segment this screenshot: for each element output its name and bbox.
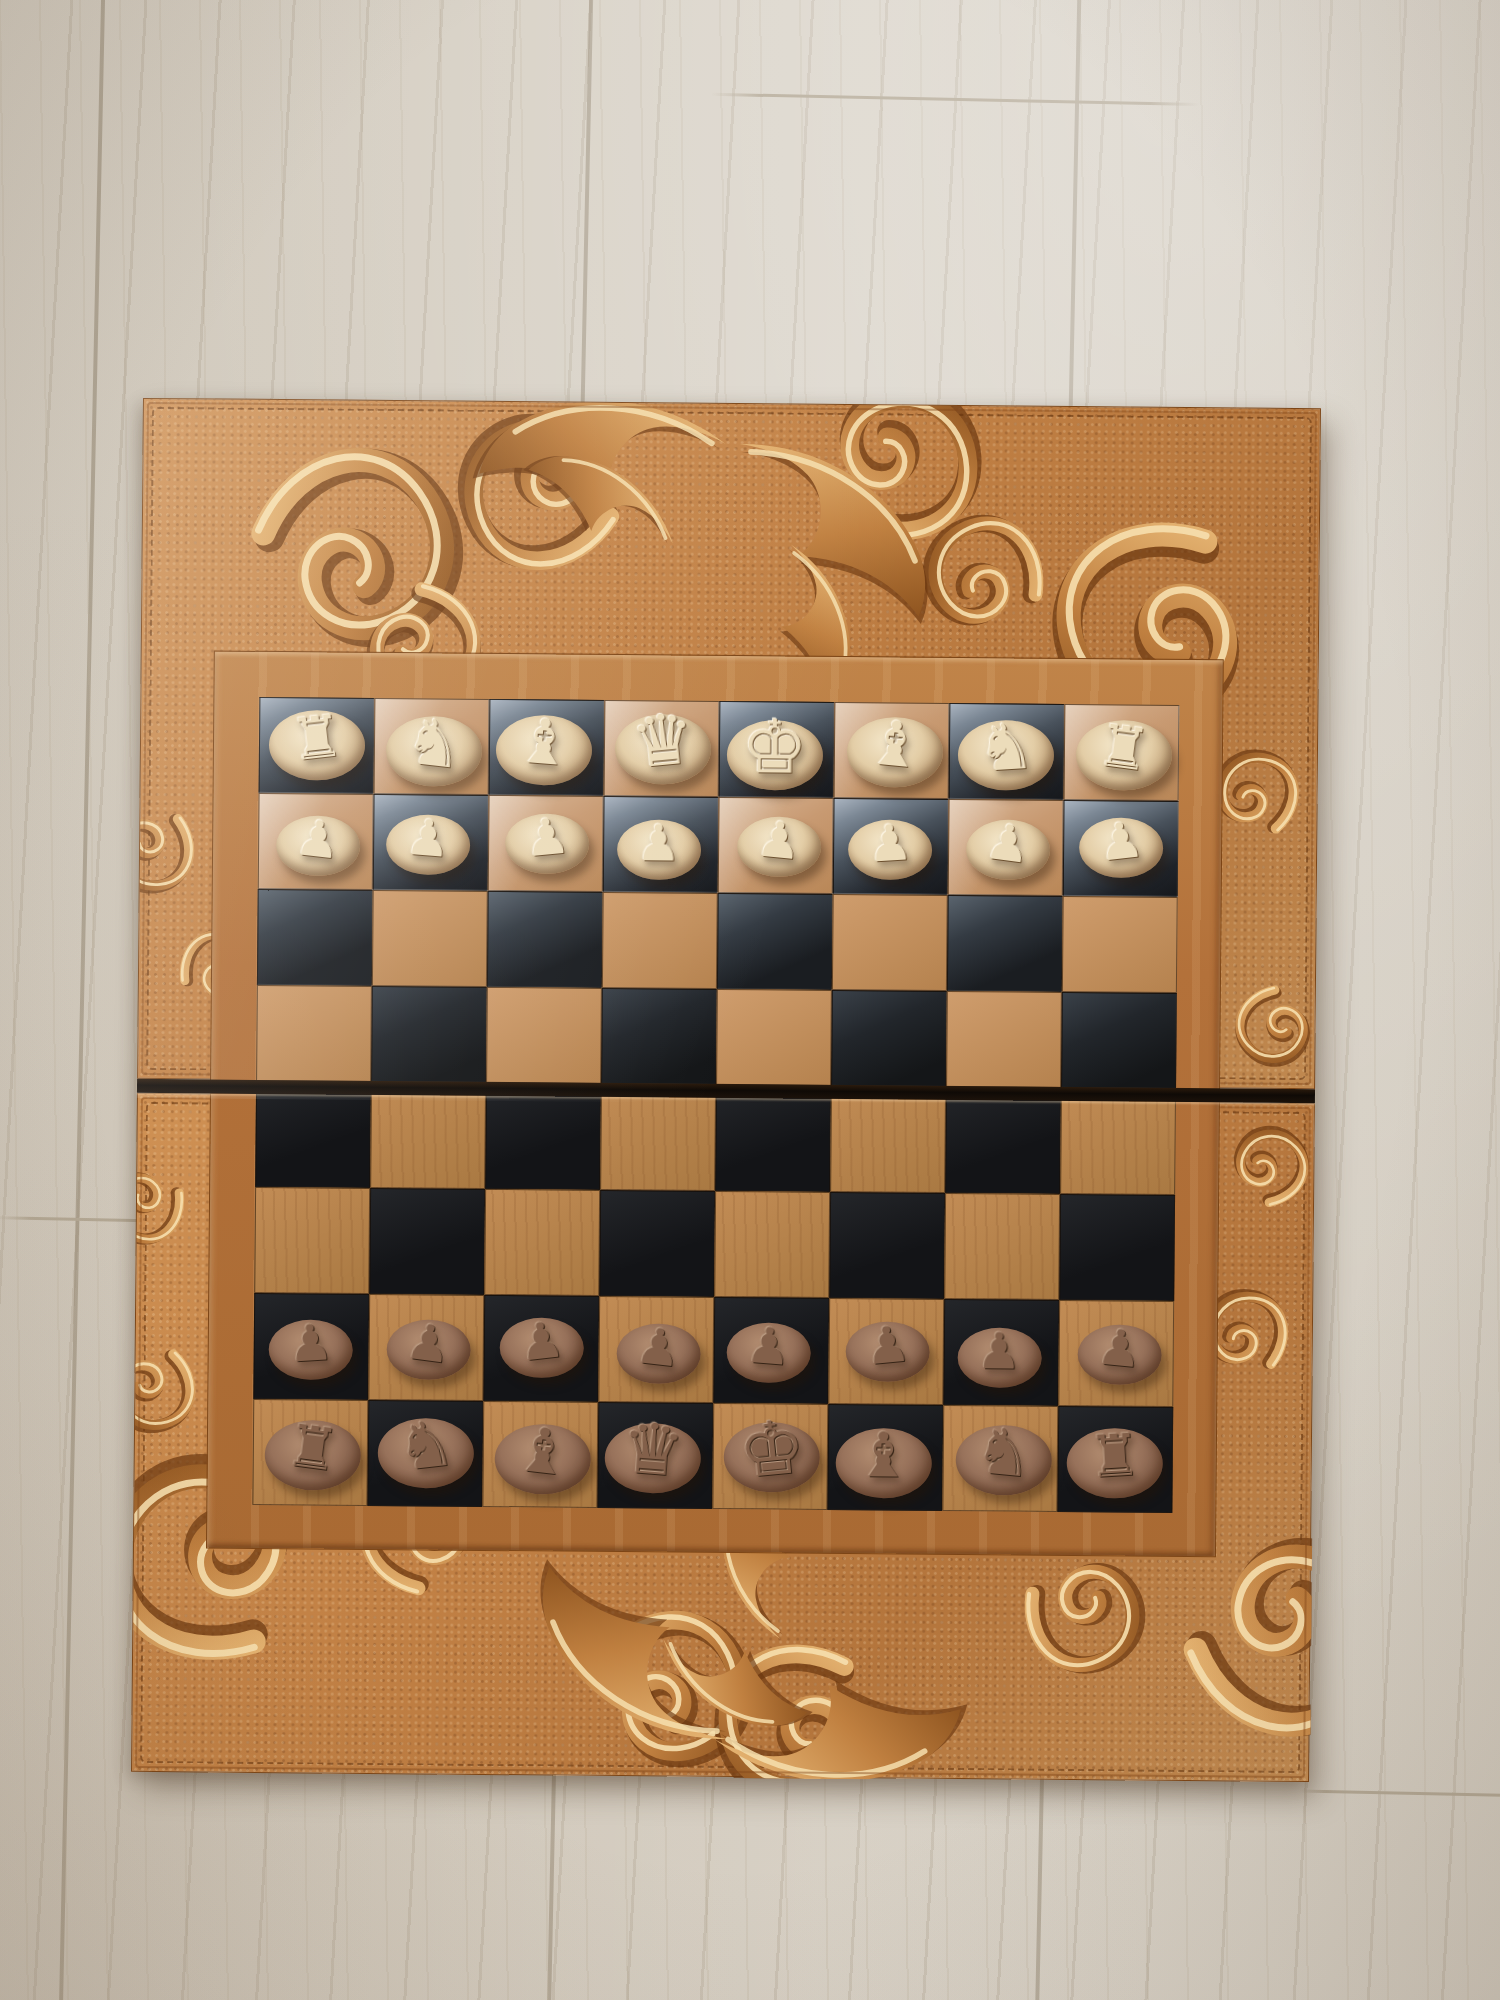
cream-pawn-glyph: ♟: [754, 813, 803, 867]
square-e1[interactable]: ♚: [712, 1403, 828, 1510]
square-f3[interactable]: [829, 1192, 945, 1299]
carved-spiral: [1013, 1546, 1155, 1687]
square-d7[interactable]: ♟: [603, 796, 719, 893]
brown-bishop-glyph: ♝: [855, 1424, 911, 1486]
square-f5[interactable]: [831, 990, 947, 1087]
square-h8[interactable]: ♜: [1064, 704, 1180, 801]
carved-leaf: [704, 433, 961, 624]
square-c7[interactable]: ♟: [488, 795, 604, 892]
square-c6[interactable]: [487, 891, 603, 988]
carved-spiral: [1217, 753, 1299, 832]
square-a5[interactable]: [256, 985, 372, 1082]
square-a2[interactable]: ♟: [253, 1293, 369, 1400]
square-b7[interactable]: ♟: [373, 794, 489, 891]
square-c2[interactable]: ♟: [483, 1295, 599, 1402]
square-g1[interactable]: ♞: [942, 1405, 1058, 1512]
brown-queen-glyph: ♛: [618, 1412, 686, 1487]
brown-knight-glyph: ♞: [393, 1410, 457, 1480]
square-h5[interactable]: [1061, 992, 1177, 1089]
square-b4[interactable]: [370, 1082, 486, 1189]
carved-leaf: [507, 1559, 764, 1750]
square-f6[interactable]: [832, 894, 948, 991]
brown-bishop-glyph: ♝: [511, 1418, 573, 1486]
brown-pawn-glyph: ♟: [1095, 1321, 1144, 1375]
square-f7[interactable]: ♟: [833, 798, 949, 895]
brown-rook-glyph: ♜: [1087, 1425, 1142, 1486]
carved-spiral: [456, 410, 620, 579]
square-a6[interactable]: [257, 889, 373, 986]
cream-pawn-glyph: ♟: [403, 812, 452, 865]
square-g2[interactable]: ♟: [943, 1299, 1059, 1406]
carved-leaf: [472, 399, 729, 551]
square-h7[interactable]: ♟: [1063, 800, 1179, 897]
square-g6[interactable]: [947, 895, 1063, 992]
square-f4[interactable]: [830, 1086, 946, 1193]
carved-spiral: [592, 1602, 756, 1771]
brown-pawn-glyph: ♟: [977, 1326, 1022, 1376]
square-h2[interactable]: ♟: [1058, 1300, 1174, 1407]
square-a4[interactable]: [255, 1081, 371, 1188]
carved-spiral: [1225, 1119, 1316, 1212]
brown-pawn-glyph: ♟: [516, 1314, 566, 1369]
carved-spiral: [1207, 1292, 1288, 1369]
square-g4[interactable]: [945, 1087, 1061, 1194]
cream-knight-glyph: ♞: [975, 714, 1036, 781]
cream-rook-glyph: ♜: [1094, 716, 1153, 780]
carved-spiral: [138, 812, 194, 891]
carved-spiral: [822, 399, 986, 549]
square-g7[interactable]: ♟: [948, 799, 1064, 896]
brown-pawn-glyph: ♟: [863, 1318, 912, 1372]
cream-knight-glyph: ♞: [401, 708, 465, 778]
cream-rook-glyph: ♜: [287, 706, 345, 770]
cream-queen-glyph: ♛: [628, 703, 697, 779]
square-d3[interactable]: [599, 1190, 715, 1297]
carved-spiral: [913, 501, 1055, 642]
square-d4[interactable]: [600, 1084, 716, 1191]
cream-pawn-glyph: ♟: [866, 817, 914, 870]
carved-spiral: [710, 1636, 874, 1783]
square-e5[interactable]: [716, 989, 832, 1086]
square-a1[interactable]: ♜: [252, 1399, 368, 1506]
square-g5[interactable]: [946, 991, 1062, 1088]
floor-plank-joint: [1300, 1789, 1500, 1798]
brown-pawn-glyph: ♟: [633, 1320, 683, 1375]
chess-board: ♜♞♝♛♚♝♞♜♟♟♟♟♟♟♟♟♟♟♟♟♟♟♟♟♜♞♝♛♚♝♞♜: [206, 651, 1224, 1558]
brown-pawn-glyph: ♟: [403, 1316, 454, 1371]
square-f8[interactable]: ♝: [834, 702, 950, 799]
square-e7[interactable]: ♟: [718, 797, 834, 894]
carved-spiral: [132, 1352, 195, 1429]
carved-leaf: [657, 1594, 813, 1762]
brown-knight-glyph: ♞: [972, 1418, 1035, 1487]
square-e2[interactable]: ♟: [713, 1297, 829, 1404]
square-g3[interactable]: [944, 1193, 1060, 1300]
square-a7[interactable]: ♟: [258, 793, 374, 890]
square-b8[interactable]: ♞: [374, 698, 490, 795]
square-e3[interactable]: [714, 1191, 830, 1298]
carved-spiral: [132, 1161, 192, 1254]
cream-bishop-glyph: ♝: [864, 711, 925, 778]
carved-spiral: [1225, 980, 1318, 1073]
square-e6[interactable]: [717, 893, 833, 990]
square-f1[interactable]: ♝: [827, 1404, 943, 1511]
square-d6[interactable]: [602, 892, 718, 989]
cream-pawn-glyph: ♟: [522, 810, 571, 864]
carved-chess-box: ♜♞♝♛♚♝♞♜♟♟♟♟♟♟♟♟♟♟♟♟♟♟♟♟♜♞♝♛♚♝♞♜: [131, 398, 1321, 1782]
cream-bishop-glyph: ♝: [513, 709, 573, 775]
square-h1[interactable]: ♜: [1057, 1406, 1173, 1513]
square-b3[interactable]: [369, 1188, 485, 1295]
brown-rook-glyph: ♜: [283, 1416, 342, 1480]
square-h6[interactable]: [1062, 896, 1178, 993]
square-c8[interactable]: ♝: [489, 699, 605, 796]
cream-pawn-glyph: ♟: [636, 818, 681, 868]
square-d1[interactable]: ♛: [597, 1402, 713, 1509]
square-e4[interactable]: [715, 1085, 831, 1192]
carved-leaf: [523, 420, 679, 588]
cream-king-glyph: ♚: [741, 709, 808, 784]
brown-pawn-glyph: ♟: [286, 1317, 334, 1370]
square-d8[interactable]: ♛: [604, 700, 720, 797]
square-c1[interactable]: ♝: [482, 1401, 598, 1508]
square-d5[interactable]: [601, 988, 717, 1085]
square-a3[interactable]: [254, 1187, 370, 1294]
square-c5[interactable]: [486, 987, 602, 1084]
cream-pawn-glyph: ♟: [982, 816, 1033, 871]
brown-king-glyph: ♚: [735, 1408, 808, 1488]
square-a8[interactable]: ♜: [259, 697, 375, 794]
cream-pawn-glyph: ♟: [293, 812, 343, 867]
square-b1[interactable]: ♞: [367, 1400, 483, 1507]
square-e8[interactable]: ♚: [719, 701, 835, 798]
square-f2[interactable]: ♟: [828, 1298, 944, 1405]
brown-pawn-glyph: ♟: [744, 1320, 793, 1373]
square-c4[interactable]: [485, 1083, 601, 1190]
square-h3[interactable]: [1059, 1194, 1175, 1301]
square-h4[interactable]: [1060, 1088, 1176, 1195]
carved-leaf: [711, 1632, 968, 1783]
square-g8[interactable]: ♞: [949, 703, 1065, 800]
carved-spiral: [244, 428, 474, 663]
square-d2[interactable]: ♟: [598, 1296, 714, 1403]
cream-pawn-glyph: ♟: [1096, 814, 1146, 869]
square-b6[interactable]: [372, 890, 488, 987]
square-b5[interactable]: [371, 986, 487, 1083]
square-c3[interactable]: [484, 1189, 600, 1296]
floor-plank-joint: [711, 93, 1199, 106]
square-b2[interactable]: ♟: [368, 1294, 484, 1401]
